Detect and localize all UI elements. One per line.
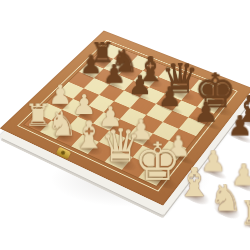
piece-cell-h1: ♜ <box>238 196 250 237</box>
piece-white-king-e1: ♚ <box>134 141 181 182</box>
piece-black-pawn-f7: ♟ <box>228 115 250 137</box>
piece-white-bishop-f1: ♝ <box>176 167 212 199</box>
piece-black-pawn-e7: ♟ <box>193 101 218 122</box>
piece-white-rook-h1: ♜ <box>239 199 250 226</box>
piece-white-knight-g1: ♞ <box>209 184 243 213</box>
product-photo-chess-set: ♜♞♝♛♚♝♞♜♟♟♟♟♟♟♟♟♟♟♟♟♟♟♟♟♜♞♝♛♚♝♞♜ <box>0 0 250 250</box>
